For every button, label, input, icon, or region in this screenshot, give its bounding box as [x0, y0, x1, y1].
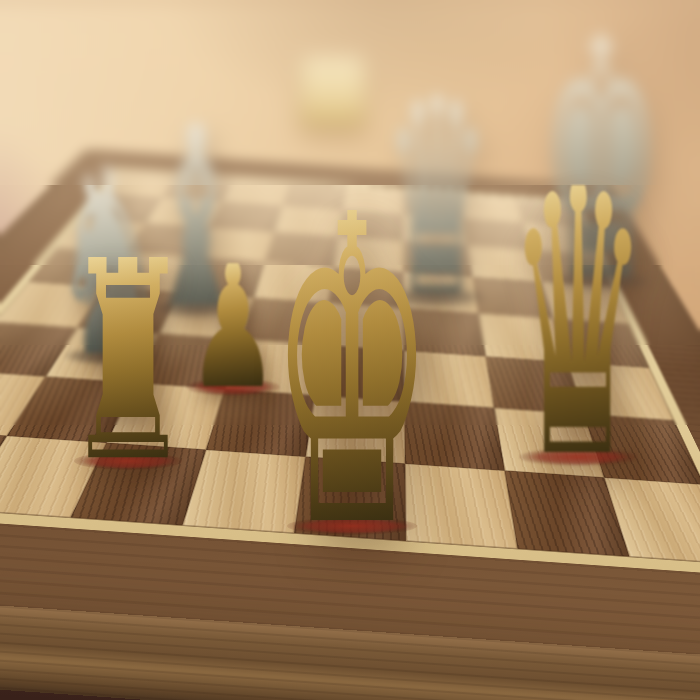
square-e2[interactable] [306, 395, 406, 463]
square-d2[interactable] [206, 389, 315, 457]
square-f2[interactable] [405, 402, 505, 471]
square-f1[interactable] [405, 464, 517, 549]
square-f5[interactable] [403, 272, 478, 313]
square-d6[interactable] [265, 232, 339, 267]
square-d5[interactable] [254, 262, 334, 303]
square-e6[interactable] [334, 237, 403, 272]
square-c6[interactable] [196, 228, 275, 263]
square-g6[interactable] [467, 246, 541, 282]
square-f4[interactable] [404, 308, 486, 356]
board-stage [0, 0, 700, 700]
square-e3[interactable] [315, 345, 405, 402]
square-e5[interactable] [329, 267, 404, 308]
square-c5[interactable] [179, 258, 265, 298]
chess-board [0, 149, 700, 677]
square-f3[interactable] [404, 351, 494, 408]
square-d4[interactable] [241, 298, 329, 345]
square-e4[interactable] [322, 303, 404, 351]
board-grid [0, 171, 700, 564]
square-f6[interactable] [403, 241, 473, 277]
square-d3[interactable] [225, 339, 322, 395]
chess-photo-scene: ♞♝♛♚♛♟♜♚ [0, 0, 700, 700]
square-e1[interactable] [294, 457, 406, 541]
square-d1[interactable] [182, 450, 305, 533]
